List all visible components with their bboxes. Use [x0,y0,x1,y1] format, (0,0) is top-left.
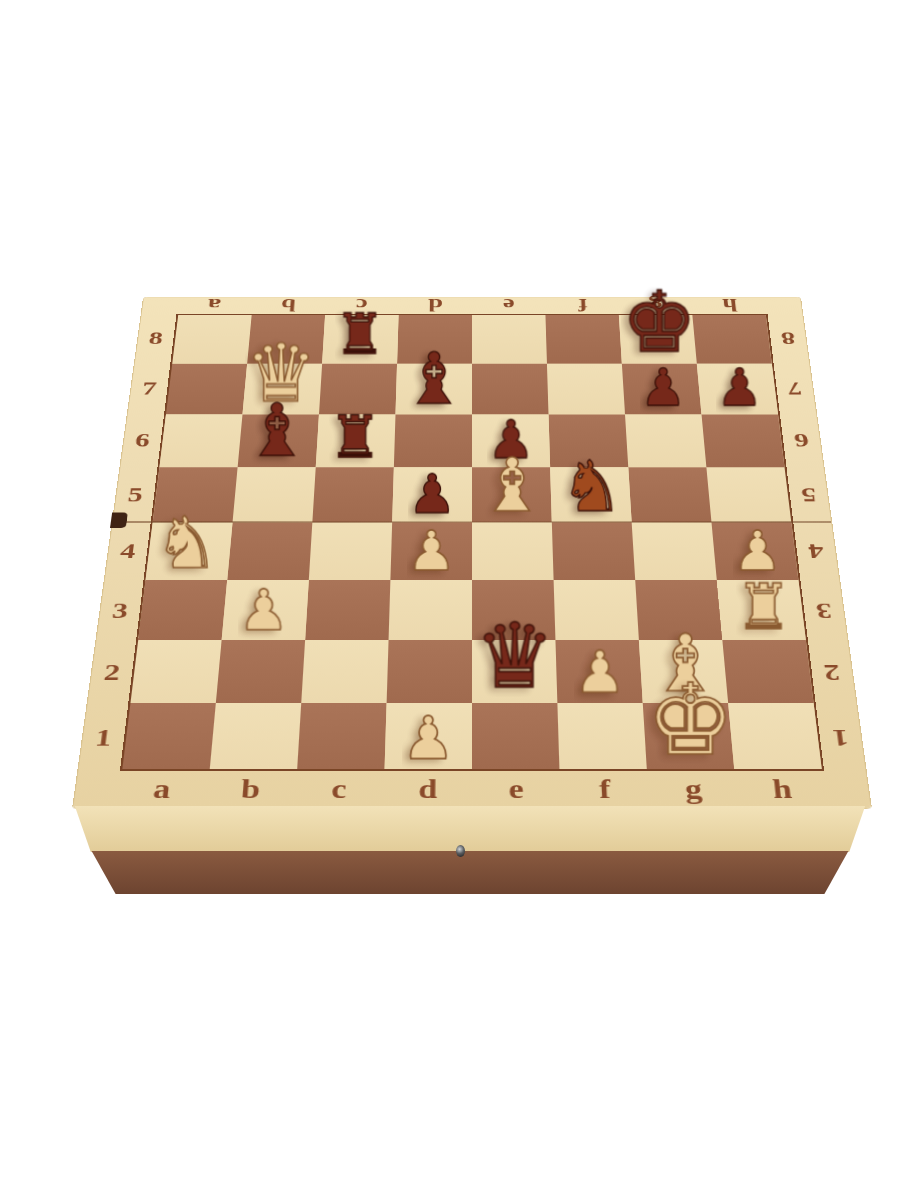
file-bottom-label-e: e [472,772,561,806]
square-h2 [722,640,813,703]
piece-white-pawn-h4: ♟ [733,525,782,577]
square-g3 [635,580,722,640]
square-h3: ♜ [717,580,806,640]
piece-white-pawn-d1: ♟ [402,710,455,766]
square-c7 [319,364,397,415]
square-g4 [632,522,717,580]
square-d4: ♟ [390,522,472,580]
square-c1 [297,703,386,769]
piece-white-king-g1: ♚ [646,672,734,765]
square-b3: ♟ [222,580,309,640]
rank-right-label-6: 6 [780,414,824,467]
box-front-edge-light [70,806,870,852]
square-h8 [692,315,771,364]
piece-black-pawn-h7: ♟ [716,363,762,412]
square-a4: ♞ [146,522,233,580]
square-c4 [309,522,392,580]
front-latch-pin [456,845,465,857]
square-e3 [472,580,555,640]
square-d1: ♟ [385,703,472,769]
square-b8 [247,315,325,364]
square-f6 [549,414,629,467]
square-d6 [394,414,472,467]
square-b2 [216,640,305,703]
square-c2 [301,640,388,703]
file-top-label-g: g [619,297,694,314]
board-surface: abcdefgh 87654321 87654321 abcdefgh ♜♚♛♝… [73,297,871,808]
square-e4 [472,522,554,580]
square-e8 [472,315,547,364]
file-bottom-label-b: b [205,772,296,806]
square-h4: ♟ [711,522,798,580]
file-bottom-label-g: g [648,772,739,806]
file-labels-bottom: abcdefgh [115,772,828,806]
square-h5 [706,467,791,522]
piece-white-rook-h3: ♜ [736,578,792,637]
square-e2: ♛ [472,640,557,703]
square-f3 [554,580,639,640]
square-g5 [628,467,711,522]
chess-board-photo: abcdefgh 87654321 87654321 abcdefgh ♜♚♛♝… [112,170,832,886]
file-bottom-label-d: d [383,772,472,806]
square-h7: ♟ [697,364,778,415]
file-top-label-a: a [177,297,252,314]
square-f8 [545,315,621,364]
square-c3 [305,580,390,640]
square-c6: ♜ [316,414,396,467]
square-g8: ♚ [619,315,697,364]
piece-black-knight-f5: ♞ [560,453,623,519]
square-g7: ♟ [622,364,702,415]
piece-black-pawn-g7: ♟ [640,363,686,412]
square-d3 [389,580,472,640]
box-front-edge-dark [70,851,870,894]
rank-right-label-3: 3 [800,580,847,641]
square-a6 [159,414,242,467]
square-e1 [472,703,559,769]
square-f1 [557,703,646,769]
square-g2: ♝ [639,640,728,703]
rank-right-label-5: 5 [786,467,831,522]
square-f4 [552,522,635,580]
square-b6: ♝ [238,414,319,467]
file-bottom-label-h: h [736,772,828,806]
square-g1: ♚ [643,703,734,769]
square-a3 [138,580,227,640]
square-b4 [227,522,312,580]
rank-right-label-8: 8 [767,314,809,363]
piece-black-king-g8: ♚ [621,281,697,361]
board-grid: ♜♚♛♝♟♟♝♜♟♟♝♞♞♟♟♟♜♛♟♝♟♚ [120,314,824,771]
square-a8 [172,315,251,364]
square-a2 [130,640,221,703]
rank-right-label-7: 7 [774,363,817,414]
square-d7: ♝ [395,364,472,415]
piece-black-pawn-d5: ♟ [408,468,456,519]
square-d2 [387,640,472,703]
square-b7: ♛ [242,364,322,415]
file-labels-top: abcdefgh [177,297,768,314]
file-top-label-e: e [472,297,546,314]
square-c8: ♜ [322,315,398,364]
square-e5: ♝ [472,467,552,522]
file-top-label-b: b [250,297,325,314]
fold-seam [113,521,832,523]
rank-right-label-2: 2 [808,641,856,704]
square-b5 [233,467,316,522]
square-e6: ♟ [472,414,550,467]
file-top-label-f: f [545,297,619,314]
square-b1 [210,703,301,769]
piece-black-pawn-e6: ♟ [487,414,534,464]
square-e7 [472,364,549,415]
square-a5 [153,467,238,522]
rank-right-label-4: 4 [793,522,839,580]
rank-right-label-1: 1 [816,704,866,770]
file-top-label-c: c [324,297,398,314]
square-d8 [397,315,472,364]
square-f2: ♟ [555,640,642,703]
square-d5: ♟ [392,467,472,522]
file-bottom-label-a: a [115,772,207,806]
file-bottom-label-c: c [294,772,384,806]
file-top-label-h: h [692,297,767,314]
square-a1 [122,703,216,769]
piece-black-rook-c8: ♜ [335,308,385,361]
piece-white-pawn-b3: ♟ [238,584,288,637]
square-f7 [547,364,625,415]
square-h6 [702,414,785,467]
square-g6 [625,414,706,467]
square-h1 [728,703,822,769]
piece-black-rook-c6: ♜ [329,409,381,465]
file-top-label-d: d [398,297,472,314]
piece-white-pawn-f2: ♟ [574,645,626,700]
file-bottom-label-f: f [560,772,650,806]
square-f5: ♞ [550,467,632,522]
piece-white-pawn-d4: ♟ [407,525,456,577]
square-a7 [166,364,247,415]
square-c5 [312,467,394,522]
